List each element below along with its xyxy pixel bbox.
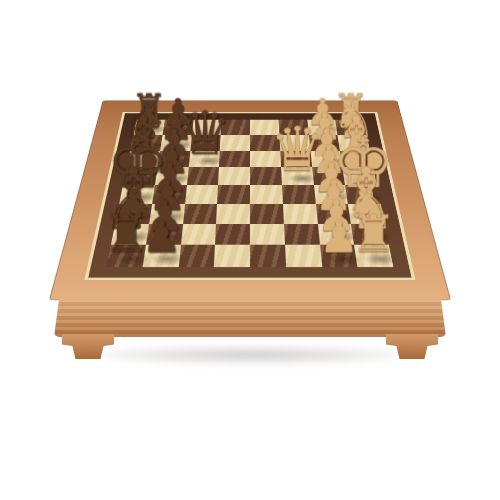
white-pawn-h2: ♟ [320,245,358,268]
pawn-glyph: ♟ [128,217,195,258]
product-photo-scene: ♜♞♝♚♝♞♜♟♟♟♟♟♟♟♟♛♛♟♟♟♟♟♟♟♟♜♞♝♚♝♞♜ [0,0,500,500]
pawn-glyph: ♟ [305,217,372,258]
black-pawn-h7: ♟ [142,245,180,268]
pieces-layer: ♜♞♝♚♝♞♜♟♟♟♟♟♟♟♟♛♛♟♟♟♟♟♟♟♟♜♞♝♚♝♞♜ [106,120,393,268]
board-shadow [70,344,430,366]
board-frame-front [54,299,446,337]
chessboard: ♜♞♝♚♝♞♜♟♟♟♟♟♟♟♟♛♛♟♟♟♟♟♟♟♟♜♞♝♚♝♞♜ [49,101,451,301]
